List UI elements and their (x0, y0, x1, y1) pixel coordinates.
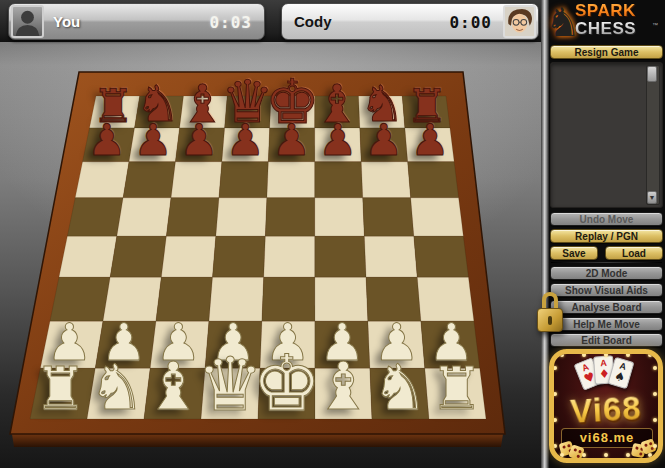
player-clock-you: 0:03 (209, 13, 252, 32)
panel-divider (541, 0, 549, 468)
save-button[interactable]: Save (550, 246, 598, 260)
square-f6[interactable] (315, 162, 363, 198)
light-dot (626, 353, 630, 357)
game-area: ♜♞♝♛♚♝♞♜♟♟♟♟♟♟♟♟♟♟♟♟♟♟♟♟♜♞♝♛♚♝♞♜ You 0:0… (0, 0, 543, 468)
2d-mode-button[interactable]: 2D Mode (550, 266, 663, 280)
piece-c1-white-bishop[interactable]: ♝ (144, 354, 203, 420)
show-visual-aids-button[interactable]: Show Visual Aids (550, 283, 663, 297)
resign-game-button[interactable]: Resign Game (550, 45, 663, 59)
square-d4[interactable] (213, 236, 266, 277)
square-b6[interactable] (123, 162, 175, 198)
light-dot (582, 453, 586, 457)
piece-h7-black-pawn[interactable]: ♟ (411, 119, 450, 162)
piece-f1-white-bishop[interactable]: ♝ (314, 354, 373, 420)
light-dot (653, 366, 657, 370)
square-a6[interactable] (75, 162, 129, 198)
square-b5[interactable] (117, 198, 171, 236)
square-d5[interactable] (216, 198, 267, 236)
scrollbar-thumb[interactable] (647, 66, 657, 82)
square-a4[interactable] (59, 236, 117, 277)
square-f4[interactable] (315, 236, 366, 277)
top-bar: You 0:03 Cody 0:00 (0, 0, 543, 42)
player-panel-you: You 0:03 (8, 3, 265, 40)
piece-g1-white-knight[interactable]: ♞ (372, 357, 428, 420)
square-h5[interactable] (411, 198, 464, 236)
light-dot (553, 418, 557, 422)
sparkchess-app: ♜♞♝♛♚♝♞♜♟♟♟♟♟♟♟♟♟♟♟♟♟♟♟♟♜♞♝♛♚♝♞♜ You 0:0… (0, 0, 665, 468)
light-dot (604, 353, 608, 357)
square-f5[interactable] (315, 198, 365, 236)
scroll-down-button[interactable]: ▼ (647, 191, 657, 204)
sidebar: ♞ SPARK CHESS ™ Resign Game ▼ Undo Move … (549, 0, 665, 468)
light-dot (653, 444, 657, 448)
you-avatar-icon (11, 5, 44, 38)
light-dot (604, 453, 608, 457)
piece-e1-white-king[interactable]: ♚ (252, 345, 321, 422)
replay-pgn-button[interactable]: Replay / PGN (550, 229, 663, 243)
move-list-panel: ▼ (550, 62, 663, 208)
square-b4[interactable] (110, 236, 166, 277)
square-e6[interactable] (267, 162, 315, 198)
logo-trademark: ™ (652, 22, 658, 28)
square-g4[interactable] (364, 236, 417, 277)
player-clock-cody: 0:00 (449, 13, 492, 32)
button-group-divider (551, 262, 662, 263)
light-dot (560, 353, 564, 357)
piece-d7-black-pawn[interactable]: ♟ (226, 119, 265, 162)
square-e5[interactable] (265, 198, 315, 236)
help-me-move-button[interactable]: Help Me Move (550, 317, 663, 331)
piece-a7-black-pawn[interactable]: ♟ (87, 119, 126, 162)
light-dot (553, 444, 557, 448)
light-dot (553, 392, 557, 396)
undo-move-button[interactable]: Undo Move (550, 212, 663, 226)
piece-e7-black-pawn[interactable]: ♟ (272, 119, 311, 162)
light-dot (648, 453, 652, 457)
sparkchess-logo: ♞ SPARK CHESS ™ (549, 0, 665, 44)
square-c6[interactable] (171, 162, 222, 198)
light-dot (626, 453, 630, 457)
logo-text-chess: CHESS (575, 19, 636, 39)
load-button[interactable]: Load (605, 246, 663, 260)
player-name-you: You (53, 13, 80, 30)
light-dot (648, 353, 652, 357)
square-a5[interactable] (67, 198, 123, 236)
vi68-title: Vi68 (553, 388, 659, 431)
light-dot (553, 366, 557, 370)
piece-h1-white-rook[interactable]: ♜ (430, 360, 483, 419)
square-g5[interactable] (363, 198, 414, 236)
light-dot (653, 392, 657, 396)
logo-text-spark: SPARK (575, 1, 636, 21)
light-dot (560, 453, 564, 457)
square-d6[interactable] (219, 162, 268, 198)
square-e4[interactable] (264, 236, 315, 277)
vi68-ad-banner[interactable]: A♥A♦A♠ Vi68 vi68.me (549, 349, 663, 463)
square-h4[interactable] (414, 236, 469, 277)
player-panel-cody: Cody 0:00 (281, 3, 539, 40)
edit-board-button[interactable]: Edit Board (550, 333, 663, 347)
cody-avatar-icon (503, 5, 536, 38)
piece-c7-black-pawn[interactable]: ♟ (180, 119, 219, 162)
piece-g7-black-pawn[interactable]: ♟ (365, 119, 404, 162)
square-c4[interactable] (161, 236, 216, 277)
scrollbar-track[interactable]: ▼ (646, 65, 660, 205)
light-dot (653, 418, 657, 422)
piece-b1-white-knight[interactable]: ♞ (89, 357, 145, 420)
square-c5[interactable] (166, 198, 219, 236)
piece-b7-black-pawn[interactable]: ♟ (134, 119, 173, 162)
light-dot (582, 353, 586, 357)
piece-f7-black-pawn[interactable]: ♟ (318, 119, 357, 162)
square-g6[interactable] (361, 162, 410, 198)
analyse-board-button[interactable]: Analyse Board (550, 300, 663, 314)
piece-a1-white-rook[interactable]: ♜ (34, 360, 87, 419)
player-name-cody: Cody (294, 13, 332, 30)
square-h6[interactable] (408, 162, 459, 198)
lock-icon (537, 290, 565, 338)
